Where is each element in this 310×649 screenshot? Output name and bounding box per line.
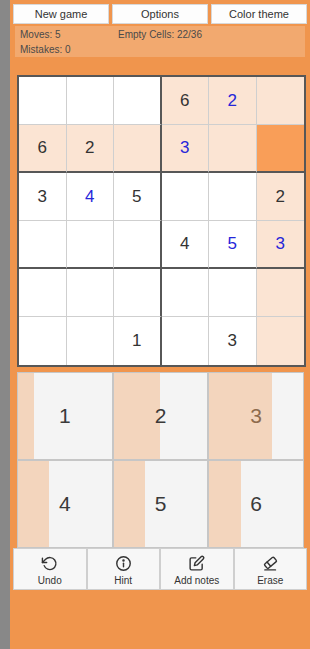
cell-r1c1[interactable] (19, 77, 67, 125)
cell-r2c3[interactable] (114, 125, 162, 173)
cell-r6c2[interactable] (67, 317, 115, 365)
mistakes-counter: Mistakes: 0 (20, 44, 71, 55)
sudoku-app: New game Options Color theme Moves: 5 Em… (10, 0, 310, 649)
add-notes-button[interactable]: Add notes (160, 548, 234, 590)
erase-button[interactable]: Erase (234, 548, 308, 590)
new-game-button[interactable]: New game (13, 4, 109, 24)
erase-label: Erase (257, 575, 283, 586)
undo-label: Undo (38, 575, 62, 586)
undo-icon (41, 555, 58, 574)
bottom-toolbar: Undo Hint Add notes Erase (13, 548, 307, 590)
cell-r1c2[interactable] (67, 77, 115, 125)
cell-r6c1[interactable] (19, 317, 67, 365)
cell-r4c5[interactable]: 5 (209, 221, 257, 269)
cell-r6c5[interactable]: 3 (209, 317, 257, 365)
undo-button[interactable]: Undo (13, 548, 87, 590)
cell-r2c5[interactable] (209, 125, 257, 173)
cell-r4c3[interactable] (114, 221, 162, 269)
cell-r3c2[interactable]: 4 (67, 173, 115, 221)
cell-r4c6[interactable]: 3 (257, 221, 305, 269)
numpad-button-4[interactable]: 4 (17, 460, 113, 548)
cell-r1c3[interactable] (114, 77, 162, 125)
hint-button[interactable]: Hint (87, 548, 161, 590)
cell-r6c4[interactable] (162, 317, 210, 365)
cell-r5c1[interactable] (19, 269, 67, 317)
numpad-label-6: 6 (209, 461, 303, 547)
numpad-label-2: 2 (114, 373, 208, 459)
numpad-button-5[interactable]: 5 (113, 460, 209, 548)
cell-r2c2[interactable]: 2 (67, 125, 115, 173)
numpad-button-1[interactable]: 1 (17, 372, 113, 460)
cell-r2c4[interactable]: 3 (162, 125, 210, 173)
numpad-button-6[interactable]: 6 (208, 460, 304, 548)
options-button[interactable]: Options (112, 4, 208, 24)
cell-r4c4[interactable]: 4 (162, 221, 210, 269)
numpad-label-3: 3 (209, 373, 303, 459)
cell-r1c6[interactable] (257, 77, 305, 125)
add-notes-label: Add notes (174, 575, 219, 586)
cell-r1c5[interactable]: 2 (209, 77, 257, 125)
hint-icon (115, 555, 132, 574)
hint-label: Hint (114, 575, 132, 586)
cell-r3c1[interactable]: 3 (19, 173, 67, 221)
cell-r3c5[interactable] (209, 173, 257, 221)
numpad-label-4: 4 (18, 461, 112, 547)
status-bar: Moves: 5 Empty Cells: 22/36 Mistakes: 0 (15, 26, 305, 57)
sudoku-board: 62623345245313 (17, 75, 306, 367)
cell-r5c2[interactable] (67, 269, 115, 317)
numpad-button-2[interactable]: 2 (113, 372, 209, 460)
cell-r2c6[interactable] (257, 125, 305, 173)
cell-r1c4[interactable]: 6 (162, 77, 210, 125)
cell-r5c4[interactable] (162, 269, 210, 317)
numpad-button-3[interactable]: 3 (208, 372, 304, 460)
cell-r3c6[interactable]: 2 (257, 173, 305, 221)
empty-cells-counter: Empty Cells: 22/36 (20, 29, 300, 40)
cell-r5c6[interactable] (257, 269, 305, 317)
cell-r4c1[interactable] (19, 221, 67, 269)
number-pad: 123456 (17, 372, 304, 548)
cell-r3c4[interactable] (162, 173, 210, 221)
color-theme-button[interactable]: Color theme (211, 4, 307, 24)
cell-r5c3[interactable] (114, 269, 162, 317)
top-toolbar: New game Options Color theme (13, 4, 307, 24)
status-row: Moves: 5 Empty Cells: 22/36 (20, 29, 300, 41)
cell-r2c1[interactable]: 6 (19, 125, 67, 173)
add-notes-icon (188, 555, 205, 574)
cell-r6c3[interactable]: 1 (114, 317, 162, 365)
cell-r4c2[interactable] (67, 221, 115, 269)
cell-r6c6[interactable] (257, 317, 305, 365)
cell-r3c3[interactable]: 5 (114, 173, 162, 221)
erase-icon (262, 555, 279, 574)
cell-r5c5[interactable] (209, 269, 257, 317)
numpad-label-5: 5 (114, 461, 208, 547)
numpad-label-1: 1 (18, 373, 112, 459)
